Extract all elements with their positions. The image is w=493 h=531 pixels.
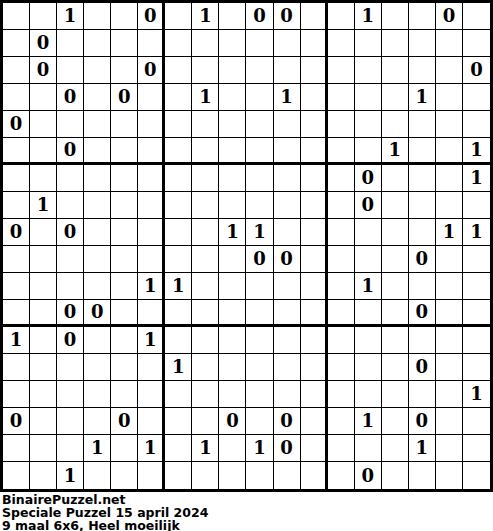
cell-r10c17-empty[interactable] — [436, 246, 463, 273]
cell-r12c10-empty[interactable] — [246, 300, 273, 327]
cell-r11c3-empty[interactable] — [57, 273, 84, 300]
cell-r11c18-empty[interactable] — [463, 273, 490, 300]
cell-r18c2-empty[interactable] — [30, 462, 57, 489]
cell-r8c4-empty[interactable] — [84, 192, 111, 219]
cell-r8c5-empty[interactable] — [111, 192, 138, 219]
cell-r11c5-empty[interactable] — [111, 273, 138, 300]
cell-r7c7-empty[interactable] — [165, 165, 192, 192]
cell-r12c1-empty[interactable] — [3, 300, 30, 327]
cell-r6c11-empty[interactable] — [274, 138, 301, 165]
cell-r15c13-empty[interactable] — [328, 381, 355, 408]
cell-r4c14-empty[interactable] — [355, 84, 382, 111]
cell-r6c17-empty[interactable] — [436, 138, 463, 165]
cell-r2c6-empty[interactable] — [138, 30, 165, 57]
cell-r10c2-empty[interactable] — [30, 246, 57, 273]
cell-r7c16-empty[interactable] — [409, 165, 436, 192]
cell-r5c2-empty[interactable] — [30, 111, 57, 138]
cell-r13c5-empty[interactable] — [111, 327, 138, 354]
cell-r9c17-given: 1 — [436, 219, 463, 246]
cell-r1c7-empty[interactable] — [165, 3, 192, 30]
cell-r8c2-given: 1 — [30, 192, 57, 219]
cell-r5c16-empty[interactable] — [409, 111, 436, 138]
cell-r11c8-empty[interactable] — [192, 273, 219, 300]
cell-r13c17-empty[interactable] — [436, 327, 463, 354]
cell-r6c4-empty[interactable] — [84, 138, 111, 165]
cell-r16c8-empty[interactable] — [192, 408, 219, 435]
cell-r7c11-empty[interactable] — [274, 165, 301, 192]
cell-r18c1-empty[interactable] — [3, 462, 30, 489]
cell-r8c9-empty[interactable] — [219, 192, 246, 219]
cell-r3c9-empty[interactable] — [219, 57, 246, 84]
cell-r17c14-empty[interactable] — [355, 435, 382, 462]
cell-r2c3-empty[interactable] — [57, 30, 84, 57]
cell-r16c10-empty[interactable] — [246, 408, 273, 435]
cell-r7c10-empty[interactable] — [246, 165, 273, 192]
cell-r3c14-empty[interactable] — [355, 57, 382, 84]
cell-r5c3-empty[interactable] — [57, 111, 84, 138]
cell-r10c1-empty[interactable] — [3, 246, 30, 273]
puzzle-subtitle: 9 maal 6x6, Heel moeilijk — [2, 519, 493, 531]
cell-r17c18-empty[interactable] — [463, 435, 490, 462]
cell-r12c6-empty[interactable] — [138, 300, 165, 327]
cell-r11c14-given: 1 — [355, 273, 382, 300]
cell-r6c1-empty[interactable] — [3, 138, 30, 165]
cell-r14c18-empty[interactable] — [463, 354, 490, 381]
cell-r8c7-empty[interactable] — [165, 192, 192, 219]
cell-r12c9-empty[interactable] — [219, 300, 246, 327]
cell-r1c16-empty[interactable] — [409, 3, 436, 30]
cell-r15c4-empty[interactable] — [84, 381, 111, 408]
cell-r14c10-empty[interactable] — [246, 354, 273, 381]
cell-r11c11-empty[interactable] — [274, 273, 301, 300]
cell-r10c7-empty[interactable] — [165, 246, 192, 273]
cell-r17c7-empty[interactable] — [165, 435, 192, 462]
cell-r16c4-empty[interactable] — [84, 408, 111, 435]
cell-r18c18-empty[interactable] — [463, 462, 490, 489]
cell-r10c9-empty[interactable] — [219, 246, 246, 273]
cell-r18c8-empty[interactable] — [192, 462, 219, 489]
cell-r3c6-given: 0 — [138, 57, 165, 84]
cell-r1c8-given: 1 — [192, 3, 219, 30]
cell-r14c12-empty[interactable] — [301, 354, 328, 381]
cell-r17c5-empty[interactable] — [111, 435, 138, 462]
cell-r6c8-empty[interactable] — [192, 138, 219, 165]
cell-r10c18-empty[interactable] — [463, 246, 490, 273]
cell-r10c16-given: 0 — [409, 246, 436, 273]
cell-r13c1-given: 1 — [3, 327, 30, 354]
cell-r11c12-empty[interactable] — [301, 273, 328, 300]
cell-r14c7-given: 1 — [165, 354, 192, 381]
cell-r16c12-empty[interactable] — [301, 408, 328, 435]
cell-r18c5-empty[interactable] — [111, 462, 138, 489]
cell-r3c10-empty[interactable] — [246, 57, 273, 84]
cell-r9c15-empty[interactable] — [382, 219, 409, 246]
cell-r2c4-empty[interactable] — [84, 30, 111, 57]
cell-r17c12-empty[interactable] — [301, 435, 328, 462]
cell-r3c3-empty[interactable] — [57, 57, 84, 84]
cell-r14c5-empty[interactable] — [111, 354, 138, 381]
cell-r3c13-empty[interactable] — [328, 57, 355, 84]
cell-r1c1-empty[interactable] — [3, 3, 30, 30]
cell-r1c4-empty[interactable] — [84, 3, 111, 30]
cell-r12c17-empty[interactable] — [436, 300, 463, 327]
cell-r10c10-given: 0 — [246, 246, 273, 273]
cell-r9c7-empty[interactable] — [165, 219, 192, 246]
cell-r3c11-empty[interactable] — [274, 57, 301, 84]
cell-r4c7-empty[interactable] — [165, 84, 192, 111]
cell-r18c12-empty[interactable] — [301, 462, 328, 489]
cell-r15c2-empty[interactable] — [30, 381, 57, 408]
cell-r18c9-empty[interactable] — [219, 462, 246, 489]
cell-r18c10-empty[interactable] — [246, 462, 273, 489]
cell-r2c8-empty[interactable] — [192, 30, 219, 57]
cell-r8c8-empty[interactable] — [192, 192, 219, 219]
cell-r18c3-given: 1 — [57, 462, 84, 489]
cell-r6c16-empty[interactable] — [409, 138, 436, 165]
cell-r13c11-empty[interactable] — [274, 327, 301, 354]
cell-r18c15-empty[interactable] — [382, 462, 409, 489]
cell-r13c16-empty[interactable] — [409, 327, 436, 354]
cell-r14c13-empty[interactable] — [328, 354, 355, 381]
cell-r5c6-empty[interactable] — [138, 111, 165, 138]
cell-r7c18-given: 1 — [463, 165, 490, 192]
cell-r14c1-empty[interactable] — [3, 354, 30, 381]
cell-r7c9-empty[interactable] — [219, 165, 246, 192]
cell-r11c9-empty[interactable] — [219, 273, 246, 300]
cell-r13c18-empty[interactable] — [463, 327, 490, 354]
cell-r10c13-empty[interactable] — [328, 246, 355, 273]
cell-r9c6-empty[interactable] — [138, 219, 165, 246]
cell-r10c12-empty[interactable] — [301, 246, 328, 273]
cell-r11c17-empty[interactable] — [436, 273, 463, 300]
cell-r10c8-empty[interactable] — [192, 246, 219, 273]
cell-r4c13-empty[interactable] — [328, 84, 355, 111]
cell-r7c3-empty[interactable] — [57, 165, 84, 192]
cell-r2c12-empty[interactable] — [301, 30, 328, 57]
cell-r11c16-empty[interactable] — [409, 273, 436, 300]
cell-r11c15-empty[interactable] — [382, 273, 409, 300]
cell-r15c7-empty[interactable] — [165, 381, 192, 408]
cell-r14c14-empty[interactable] — [355, 354, 382, 381]
cell-r15c3-empty[interactable] — [57, 381, 84, 408]
cell-r16c18-empty[interactable] — [463, 408, 490, 435]
cell-r6c12-empty[interactable] — [301, 138, 328, 165]
cell-r18c6-empty[interactable] — [138, 462, 165, 489]
cell-r6c3-given: 0 — [57, 138, 84, 165]
cell-r10c4-empty[interactable] — [84, 246, 111, 273]
cell-r4c18-empty[interactable] — [463, 84, 490, 111]
cell-r9c16-empty[interactable] — [409, 219, 436, 246]
cell-r12c7-empty[interactable] — [165, 300, 192, 327]
cell-r5c14-empty[interactable] — [355, 111, 382, 138]
cell-r12c16-given: 0 — [409, 300, 436, 327]
cell-r9c14-empty[interactable] — [355, 219, 382, 246]
cell-r9c4-empty[interactable] — [84, 219, 111, 246]
cell-r2c11-empty[interactable] — [274, 30, 301, 57]
cell-r17c1-empty[interactable] — [3, 435, 30, 462]
cell-r9c12-empty[interactable] — [301, 219, 328, 246]
footer: BinairePuzzel.net Speciale Puzzel 15 apr… — [0, 492, 493, 531]
cell-r17c3-empty[interactable] — [57, 435, 84, 462]
cell-r8c10-empty[interactable] — [246, 192, 273, 219]
cell-r5c10-empty[interactable] — [246, 111, 273, 138]
cell-r11c10-empty[interactable] — [246, 273, 273, 300]
cell-r6c5-empty[interactable] — [111, 138, 138, 165]
cell-r16c1-given: 0 — [3, 408, 30, 435]
cell-r9c11-empty[interactable] — [274, 219, 301, 246]
cell-r7c2-empty[interactable] — [30, 165, 57, 192]
cell-r18c11-empty[interactable] — [274, 462, 301, 489]
cell-r8c17-empty[interactable] — [436, 192, 463, 219]
cell-r5c15-empty[interactable] — [382, 111, 409, 138]
cell-r8c15-empty[interactable] — [382, 192, 409, 219]
cell-r13c4-empty[interactable] — [84, 327, 111, 354]
cell-r13c8-empty[interactable] — [192, 327, 219, 354]
cell-r15c14-empty[interactable] — [355, 381, 382, 408]
cell-r4c2-empty[interactable] — [30, 84, 57, 111]
cell-r3c7-empty[interactable] — [165, 57, 192, 84]
cell-r6c2-empty[interactable] — [30, 138, 57, 165]
cell-r15c8-empty[interactable] — [192, 381, 219, 408]
cell-r14c9-empty[interactable] — [219, 354, 246, 381]
cell-r17c2-empty[interactable] — [30, 435, 57, 462]
cell-r13c15-empty[interactable] — [382, 327, 409, 354]
cell-r8c18-empty[interactable] — [463, 192, 490, 219]
cell-r9c2-empty[interactable] — [30, 219, 57, 246]
cell-r16c2-empty[interactable] — [30, 408, 57, 435]
cell-r3c5-empty[interactable] — [111, 57, 138, 84]
cell-r12c11-empty[interactable] — [274, 300, 301, 327]
cell-r2c2-given: 0 — [30, 30, 57, 57]
cell-r16c9-given: 0 — [219, 408, 246, 435]
cell-r5c4-empty[interactable] — [84, 111, 111, 138]
cell-r2c18-empty[interactable] — [463, 30, 490, 57]
cell-r4c9-empty[interactable] — [219, 84, 246, 111]
cell-r12c8-empty[interactable] — [192, 300, 219, 327]
cell-r1c13-empty[interactable] — [328, 3, 355, 30]
cell-r14c6-empty[interactable] — [138, 354, 165, 381]
cell-r18c13-empty[interactable] — [328, 462, 355, 489]
cell-r1c5-empty[interactable] — [111, 3, 138, 30]
cell-r7c5-empty[interactable] — [111, 165, 138, 192]
cell-r13c6-given: 1 — [138, 327, 165, 354]
cell-r17c4-given: 1 — [84, 435, 111, 462]
cell-r4c4-empty[interactable] — [84, 84, 111, 111]
cell-r1c9-empty[interactable] — [219, 3, 246, 30]
cell-r11c4-empty[interactable] — [84, 273, 111, 300]
cell-r16c5-given: 0 — [111, 408, 138, 435]
cell-r13c14-empty[interactable] — [355, 327, 382, 354]
cell-r6c14-empty[interactable] — [355, 138, 382, 165]
cell-r15c5-empty[interactable] — [111, 381, 138, 408]
cell-r11c13-empty[interactable] — [328, 273, 355, 300]
cell-r16c13-empty[interactable] — [328, 408, 355, 435]
cell-r12c2-empty[interactable] — [30, 300, 57, 327]
cell-r3c16-empty[interactable] — [409, 57, 436, 84]
cell-r7c6-empty[interactable] — [138, 165, 165, 192]
cell-r15c11-empty[interactable] — [274, 381, 301, 408]
cell-r7c17-empty[interactable] — [436, 165, 463, 192]
cell-r4c3-given: 0 — [57, 84, 84, 111]
cell-r13c7-empty[interactable] — [165, 327, 192, 354]
cell-r9c5-empty[interactable] — [111, 219, 138, 246]
cell-r1c15-empty[interactable] — [382, 3, 409, 30]
cell-r7c15-empty[interactable] — [382, 165, 409, 192]
cell-r9c8-empty[interactable] — [192, 219, 219, 246]
cell-r16c6-empty[interactable] — [138, 408, 165, 435]
cell-r8c12-empty[interactable] — [301, 192, 328, 219]
cell-r9c3-given: 0 — [57, 219, 84, 246]
cell-r14c16-given: 0 — [409, 354, 436, 381]
cell-r17c13-empty[interactable] — [328, 435, 355, 462]
cell-r8c6-empty[interactable] — [138, 192, 165, 219]
cell-r7c4-empty[interactable] — [84, 165, 111, 192]
cell-r2c16-empty[interactable] — [409, 30, 436, 57]
cell-r10c6-empty[interactable] — [138, 246, 165, 273]
cell-r9c18-given: 1 — [463, 219, 490, 246]
cell-r15c9-empty[interactable] — [219, 381, 246, 408]
cell-r6c9-empty[interactable] — [219, 138, 246, 165]
cell-r11c1-empty[interactable] — [3, 273, 30, 300]
cell-r5c8-empty[interactable] — [192, 111, 219, 138]
cell-r2c10-empty[interactable] — [246, 30, 273, 57]
cell-r15c6-empty[interactable] — [138, 381, 165, 408]
cell-r2c17-empty[interactable] — [436, 30, 463, 57]
cell-r15c15-empty[interactable] — [382, 381, 409, 408]
cell-r2c14-empty[interactable] — [355, 30, 382, 57]
cell-r6c18-given: 1 — [463, 138, 490, 165]
cell-r12c12-empty[interactable] — [301, 300, 328, 327]
cell-r9c13-empty[interactable] — [328, 219, 355, 246]
cell-r5c18-empty[interactable] — [463, 111, 490, 138]
cell-r5c9-empty[interactable] — [219, 111, 246, 138]
cell-r14c3-empty[interactable] — [57, 354, 84, 381]
cell-r15c10-empty[interactable] — [246, 381, 273, 408]
cell-r8c16-empty[interactable] — [409, 192, 436, 219]
cell-r15c12-empty[interactable] — [301, 381, 328, 408]
cell-r13c13-empty[interactable] — [328, 327, 355, 354]
cell-r3c1-empty[interactable] — [3, 57, 30, 84]
cell-r10c15-empty[interactable] — [382, 246, 409, 273]
cell-r13c12-empty[interactable] — [301, 327, 328, 354]
cell-r18c7-empty[interactable] — [165, 462, 192, 489]
cell-r3c8-empty[interactable] — [192, 57, 219, 84]
cell-r5c11-empty[interactable] — [274, 111, 301, 138]
cell-r14c2-empty[interactable] — [30, 354, 57, 381]
cell-r8c13-empty[interactable] — [328, 192, 355, 219]
cell-r15c1-empty[interactable] — [3, 381, 30, 408]
cell-r7c1-empty[interactable] — [3, 165, 30, 192]
cell-r7c12-empty[interactable] — [301, 165, 328, 192]
cell-r7c14-given: 0 — [355, 165, 382, 192]
cell-r14c17-empty[interactable] — [436, 354, 463, 381]
cell-r16c16-given: 0 — [409, 408, 436, 435]
cell-r6c10-empty[interactable] — [246, 138, 273, 165]
cell-r8c3-empty[interactable] — [57, 192, 84, 219]
cell-r4c17-empty[interactable] — [436, 84, 463, 111]
cell-r2c5-empty[interactable] — [111, 30, 138, 57]
cell-r18c16-empty[interactable] — [409, 462, 436, 489]
puzzle-page: 1010010000000111001101100011110001110001… — [0, 0, 493, 531]
cell-r4c15-empty[interactable] — [382, 84, 409, 111]
cell-r4c12-empty[interactable] — [301, 84, 328, 111]
cell-r12c5-empty[interactable] — [111, 300, 138, 327]
cell-r18c4-empty[interactable] — [84, 462, 111, 489]
cell-r1c2-empty[interactable] — [30, 3, 57, 30]
cell-r12c18-empty[interactable] — [463, 300, 490, 327]
cell-r10c5-empty[interactable] — [111, 246, 138, 273]
cell-r2c1-empty[interactable] — [3, 30, 30, 57]
cell-r11c2-empty[interactable] — [30, 273, 57, 300]
cell-r6c7-empty[interactable] — [165, 138, 192, 165]
cell-r6c6-empty[interactable] — [138, 138, 165, 165]
cell-r14c8-empty[interactable] — [192, 354, 219, 381]
cell-r2c13-empty[interactable] — [328, 30, 355, 57]
cell-r16c3-empty[interactable] — [57, 408, 84, 435]
cell-r5c5-empty[interactable] — [111, 111, 138, 138]
cell-r15c16-empty[interactable] — [409, 381, 436, 408]
cell-r3c17-empty[interactable] — [436, 57, 463, 84]
cell-r15c17-empty[interactable] — [436, 381, 463, 408]
cell-r16c14-given: 1 — [355, 408, 382, 435]
cell-r3c2-given: 0 — [30, 57, 57, 84]
cell-r17c17-empty[interactable] — [436, 435, 463, 462]
cell-r13c9-empty[interactable] — [219, 327, 246, 354]
cell-r16c15-empty[interactable] — [382, 408, 409, 435]
cell-r3c15-empty[interactable] — [382, 57, 409, 84]
cell-r5c7-empty[interactable] — [165, 111, 192, 138]
cell-r5c12-empty[interactable] — [301, 111, 328, 138]
cell-r14c4-empty[interactable] — [84, 354, 111, 381]
cell-r2c7-empty[interactable] — [165, 30, 192, 57]
cell-r1c18-empty[interactable] — [463, 3, 490, 30]
cell-r2c15-empty[interactable] — [382, 30, 409, 57]
cell-r3c4-empty[interactable] — [84, 57, 111, 84]
cell-r6c13-empty[interactable] — [328, 138, 355, 165]
cell-r16c17-empty[interactable] — [436, 408, 463, 435]
cell-r13c2-empty[interactable] — [30, 327, 57, 354]
cell-r17c9-empty[interactable] — [219, 435, 246, 462]
cell-r4c1-empty[interactable] — [3, 84, 30, 111]
cell-r2c9-empty[interactable] — [219, 30, 246, 57]
cell-r7c13-empty[interactable] — [328, 165, 355, 192]
cell-r8c11-empty[interactable] — [274, 192, 301, 219]
cell-r12c13-empty[interactable] — [328, 300, 355, 327]
cell-r17c15-empty[interactable] — [382, 435, 409, 462]
cell-r5c13-empty[interactable] — [328, 111, 355, 138]
cell-r1c10-given: 0 — [246, 3, 273, 30]
cell-r1c14-given: 1 — [355, 3, 382, 30]
cell-r14c15-empty[interactable] — [382, 354, 409, 381]
cell-r12c14-empty[interactable] — [355, 300, 382, 327]
cell-r7c8-empty[interactable] — [192, 165, 219, 192]
cell-r18c17-empty[interactable] — [436, 462, 463, 489]
cell-r5c17-empty[interactable] — [436, 111, 463, 138]
cell-r13c3-given: 0 — [57, 327, 84, 354]
cell-r10c3-empty[interactable] — [57, 246, 84, 273]
puzzle-board: 1010010000000111001101100011110001110001… — [0, 0, 493, 492]
cell-r13c10-empty[interactable] — [246, 327, 273, 354]
cell-r4c6-empty[interactable] — [138, 84, 165, 111]
cell-r4c10-empty[interactable] — [246, 84, 273, 111]
cell-r12c15-empty[interactable] — [382, 300, 409, 327]
cell-r10c14-empty[interactable] — [355, 246, 382, 273]
cell-r8c1-empty[interactable] — [3, 192, 30, 219]
cell-r14c11-empty[interactable] — [274, 354, 301, 381]
cell-r1c12-empty[interactable] — [301, 3, 328, 30]
cell-r3c12-empty[interactable] — [301, 57, 328, 84]
cell-r16c7-empty[interactable] — [165, 408, 192, 435]
